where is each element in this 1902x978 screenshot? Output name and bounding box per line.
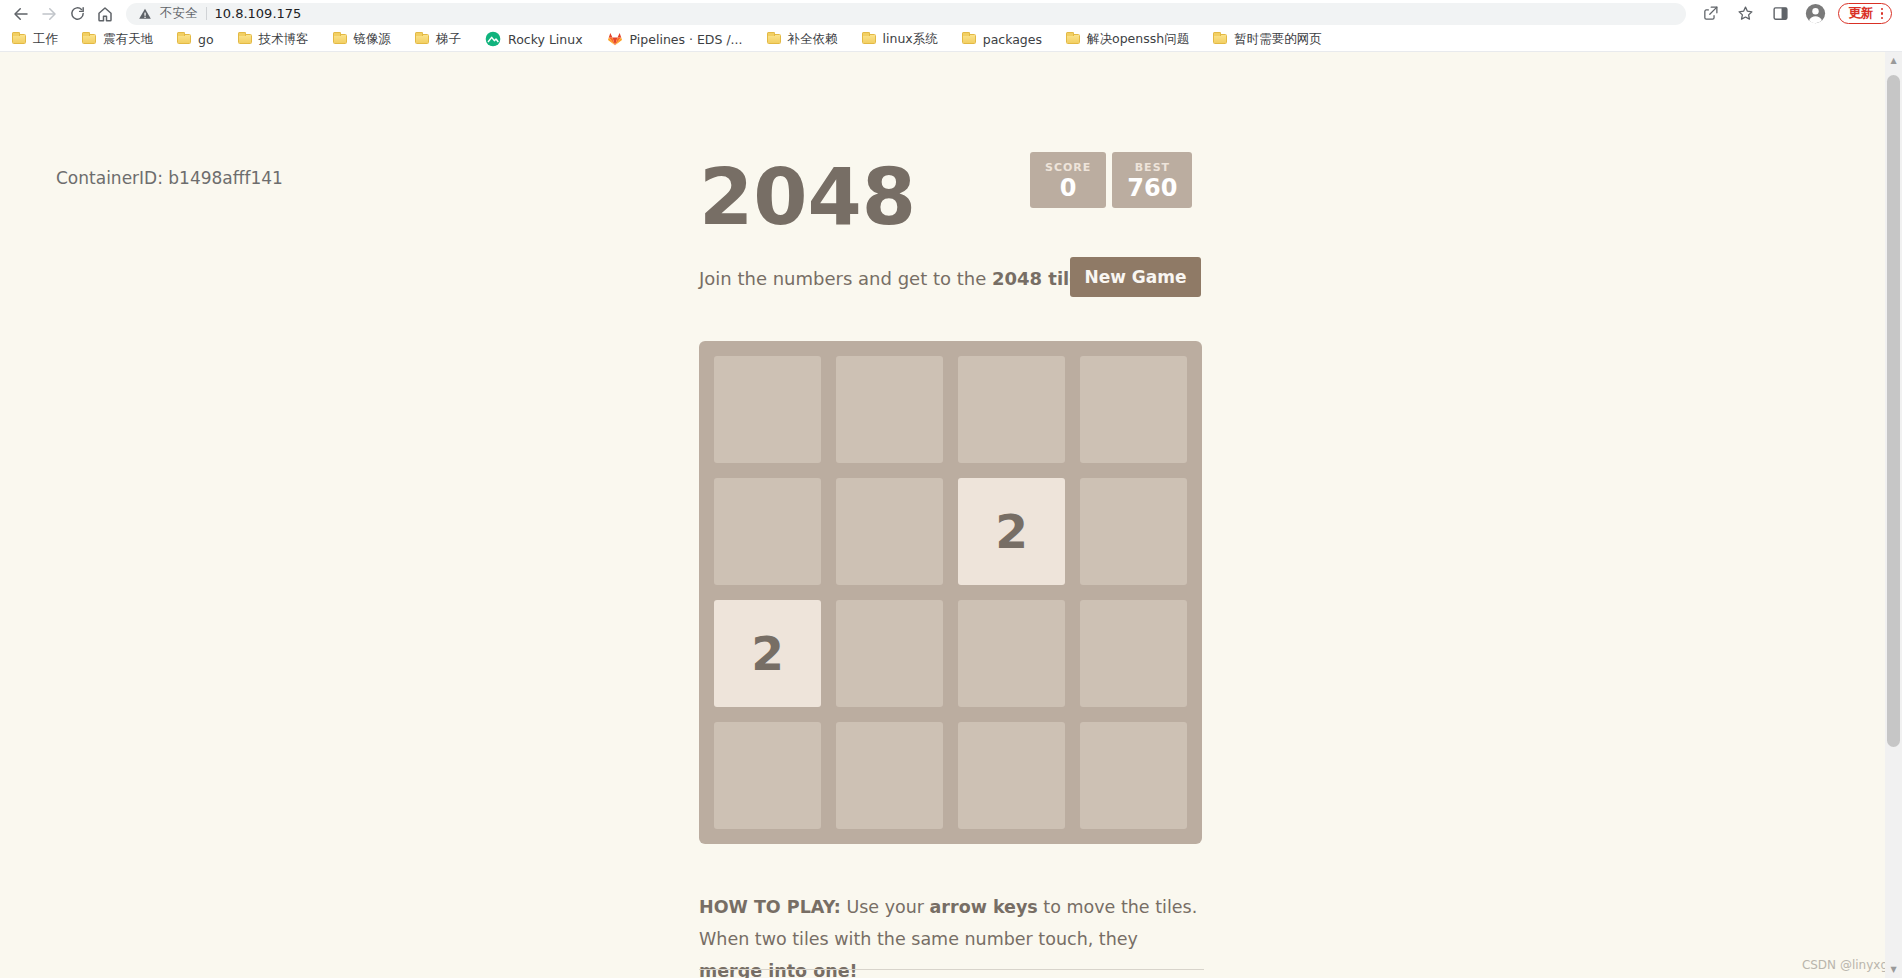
browser-toolbar: 不安全 10.8.109.175 更新 bbox=[0, 0, 1902, 27]
forward-arrow-icon bbox=[40, 5, 58, 23]
csdn-watermark: CSDN @linyxg bbox=[1802, 958, 1888, 972]
scores-container: SCORE 0 BEST 760 bbox=[1030, 152, 1192, 208]
cell-r3c3 bbox=[958, 600, 1065, 707]
folder-icon bbox=[1213, 34, 1227, 44]
address-bar[interactable]: 不安全 10.8.109.175 bbox=[126, 3, 1686, 25]
best-box: BEST 760 bbox=[1112, 152, 1192, 208]
cell-r3c2 bbox=[836, 600, 943, 707]
folder-icon bbox=[238, 34, 252, 44]
bookmark-item[interactable]: go bbox=[177, 32, 214, 47]
chrome-update-menu-button[interactable]: 更新 bbox=[1838, 3, 1893, 24]
cell-r1c4 bbox=[1080, 356, 1187, 463]
folder-icon bbox=[862, 34, 876, 44]
cell-r4c3 bbox=[958, 722, 1065, 829]
url-text: 10.8.109.175 bbox=[215, 6, 302, 21]
bookmark-item[interactable]: 暂时需要的网页 bbox=[1213, 31, 1322, 48]
kebab-menu-icon bbox=[1881, 8, 1884, 20]
side-panel-button[interactable] bbox=[1768, 2, 1794, 26]
score-value: 0 bbox=[1045, 175, 1091, 201]
bookmark-item[interactable]: 震有天地 bbox=[82, 31, 153, 48]
bookmark-item[interactable]: 镜像源 bbox=[333, 31, 392, 48]
scrollbar-thumb[interactable] bbox=[1887, 75, 1900, 747]
best-value: 760 bbox=[1127, 175, 1177, 201]
cell-r2c2 bbox=[836, 478, 943, 585]
cell-r3c1: 2 bbox=[714, 600, 821, 707]
gitlab-icon bbox=[607, 31, 623, 47]
cell-r1c2 bbox=[836, 356, 943, 463]
home-button[interactable] bbox=[92, 2, 118, 26]
cell-r1c3 bbox=[958, 356, 1065, 463]
folder-icon bbox=[1066, 34, 1080, 44]
score-label: SCORE bbox=[1045, 160, 1091, 175]
profile-avatar-icon bbox=[1805, 3, 1826, 24]
game-board-2048: 2 2 bbox=[699, 341, 1202, 844]
cell-r2c1 bbox=[714, 478, 821, 585]
bookmark-item[interactable]: Rocky Linux bbox=[485, 31, 583, 47]
cell-r1c1 bbox=[714, 356, 821, 463]
profile-button[interactable] bbox=[1803, 2, 1829, 26]
side-panel-icon bbox=[1772, 5, 1789, 22]
cell-r4c4 bbox=[1080, 722, 1187, 829]
folder-icon bbox=[12, 34, 26, 44]
score-box: SCORE 0 bbox=[1030, 152, 1106, 208]
forward-button[interactable] bbox=[36, 2, 62, 26]
cell-r4c1 bbox=[714, 722, 821, 829]
bookmark-item[interactable]: linux系统 bbox=[862, 31, 938, 48]
folder-icon bbox=[82, 34, 96, 44]
refresh-button[interactable] bbox=[64, 2, 90, 26]
update-label: 更新 bbox=[1849, 5, 1874, 22]
scroll-down-arrow-icon[interactable]: ▼ bbox=[1885, 961, 1902, 978]
bookmark-item[interactable]: Pipelines · EDS /... bbox=[607, 31, 743, 47]
bookmark-item[interactable]: 技术博客 bbox=[238, 31, 309, 48]
new-game-button[interactable]: New Game bbox=[1070, 257, 1201, 297]
share-icon bbox=[1702, 5, 1719, 22]
back-button[interactable] bbox=[8, 2, 34, 26]
best-label: BEST bbox=[1127, 160, 1177, 175]
star-icon bbox=[1737, 5, 1754, 22]
page-content: ContainerID: b1498afff141 2048 SCORE 0 B… bbox=[0, 52, 1902, 978]
folder-icon bbox=[767, 34, 781, 44]
bookmark-item[interactable]: 解决openssh问题 bbox=[1066, 31, 1189, 48]
address-divider bbox=[206, 7, 207, 20]
home-icon bbox=[96, 5, 114, 23]
refresh-icon bbox=[69, 5, 86, 22]
folder-icon bbox=[177, 34, 191, 44]
folder-icon bbox=[415, 34, 429, 44]
page-scrollbar[interactable]: ▲ ▼ bbox=[1885, 52, 1902, 978]
bookmarks-bar: 工作 震有天地 go 技术博客 镜像源 梯子 Rocky Linux Pipel… bbox=[0, 27, 1902, 52]
page-title: 2048 bbox=[699, 158, 916, 236]
rocky-linux-icon bbox=[485, 31, 501, 47]
security-label: 不安全 bbox=[160, 5, 198, 22]
share-button[interactable] bbox=[1698, 2, 1724, 26]
cell-r4c2 bbox=[836, 722, 943, 829]
back-arrow-icon bbox=[12, 5, 30, 23]
bookmark-item[interactable]: 补全依赖 bbox=[767, 31, 838, 48]
cell-r3c4 bbox=[1080, 600, 1187, 707]
bookmark-item[interactable]: 工作 bbox=[12, 31, 58, 48]
cell-r2c4 bbox=[1080, 478, 1187, 585]
how-to-play-text: HOW TO PLAY: Use your arrow keys to move… bbox=[699, 891, 1204, 978]
bookmark-item[interactable]: 梯子 bbox=[415, 31, 461, 48]
divider-rule bbox=[699, 969, 1204, 970]
bookmark-star-button[interactable] bbox=[1733, 2, 1759, 26]
folder-icon bbox=[962, 34, 976, 44]
scroll-up-arrow-icon[interactable]: ▲ bbox=[1885, 52, 1902, 69]
not-secure-warning-icon bbox=[138, 7, 152, 21]
cell-r2c3: 2 bbox=[958, 478, 1065, 585]
subtitle: Join the numbers and get to the 2048 til… bbox=[699, 268, 1090, 289]
container-id-text: ContainerID: b1498afff141 bbox=[56, 168, 283, 188]
bookmark-item[interactable]: packages bbox=[962, 32, 1042, 47]
folder-icon bbox=[333, 34, 347, 44]
